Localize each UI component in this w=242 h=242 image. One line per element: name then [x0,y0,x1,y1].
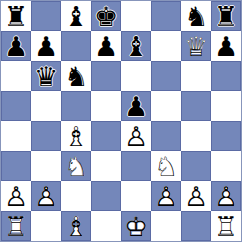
square-g8[interactable]: ♞ [181,1,211,31]
square-a6[interactable] [1,61,31,91]
square-a1[interactable]: ♜♖ [1,211,31,241]
chess-board: ♜♝♚♞♜♟♟♟♝♛♕♟♛♞♟♝♗♟♙♞♘♞♘♟♙♟♙♟♙♟♙♟♙♜♖♝♗♚♔♜… [1,1,241,241]
piece-glyph-fill: ♛ [31,61,61,91]
piece-glyph-outline: ♙ [1,181,31,211]
black-pawn[interactable]: ♟ [1,31,31,61]
square-d2[interactable] [91,181,121,211]
square-h8[interactable]: ♜ [211,1,241,31]
square-b4[interactable] [31,121,61,151]
piece-glyph-fill: ♟ [91,31,121,61]
square-g7[interactable]: ♛♕ [181,31,211,61]
square-b7[interactable]: ♟ [31,31,61,61]
white-rook[interactable]: ♜♖ [211,211,241,241]
square-d4[interactable] [91,121,121,151]
piece-glyph-fill: ♜ [211,1,241,31]
black-knight[interactable]: ♞ [61,61,91,91]
piece-glyph-outline: ♗ [61,121,91,151]
black-king[interactable]: ♚ [91,1,121,31]
square-b2[interactable]: ♟♙ [31,181,61,211]
square-c3[interactable]: ♞♘ [61,151,91,181]
square-e5[interactable]: ♟ [121,91,151,121]
square-b5[interactable] [31,91,61,121]
square-a8[interactable]: ♜ [1,1,31,31]
black-pawn[interactable]: ♟ [91,31,121,61]
piece-glyph-fill: ♟ [31,31,61,61]
square-d7[interactable]: ♟ [91,31,121,61]
piece-glyph-fill: ♝ [61,1,91,31]
white-king[interactable]: ♚♔ [121,211,151,241]
square-a5[interactable] [1,91,31,121]
square-f8[interactable] [151,1,181,31]
square-f1[interactable] [151,211,181,241]
white-pawn[interactable]: ♟♙ [151,181,181,211]
white-pawn[interactable]: ♟♙ [181,181,211,211]
square-d1[interactable] [91,211,121,241]
square-h6[interactable] [211,61,241,91]
square-g4[interactable] [181,121,211,151]
piece-glyph-outline: ♙ [181,181,211,211]
piece-glyph-outline: ♖ [1,211,31,241]
square-a4[interactable] [1,121,31,151]
square-g5[interactable] [181,91,211,121]
square-g2[interactable]: ♟♙ [181,181,211,211]
square-c1[interactable]: ♝♗ [61,211,91,241]
square-b3[interactable] [31,151,61,181]
piece-glyph-fill: ♚ [91,1,121,31]
white-rook[interactable]: ♜♖ [1,211,31,241]
black-rook[interactable]: ♜ [211,1,241,31]
piece-glyph-fill: ♞ [61,61,91,91]
piece-glyph-fill: ♝ [121,31,151,61]
square-h2[interactable]: ♟♙ [211,181,241,211]
square-e3[interactable] [121,151,151,181]
black-pawn[interactable]: ♟ [121,91,151,121]
square-d5[interactable] [91,91,121,121]
white-pawn[interactable]: ♟♙ [1,181,31,211]
white-bishop[interactable]: ♝♗ [61,121,91,151]
white-bishop[interactable]: ♝♗ [61,211,91,241]
square-h1[interactable]: ♜♖ [211,211,241,241]
piece-glyph-fill: ♟ [211,31,241,61]
piece-glyph-outline: ♘ [61,151,91,181]
square-c5[interactable] [61,91,91,121]
square-g1[interactable] [181,211,211,241]
square-c7[interactable] [61,31,91,61]
black-bishop[interactable]: ♝ [121,31,151,61]
square-c8[interactable]: ♝ [61,1,91,31]
square-g6[interactable] [181,61,211,91]
black-pawn[interactable]: ♟ [211,31,241,61]
square-a2[interactable]: ♟♙ [1,181,31,211]
square-c6[interactable]: ♞ [61,61,91,91]
black-knight[interactable]: ♞ [181,1,211,31]
piece-glyph-outline: ♙ [211,181,241,211]
white-pawn[interactable]: ♟♙ [121,121,151,151]
white-pawn[interactable]: ♟♙ [211,181,241,211]
square-h5[interactable] [211,91,241,121]
square-f2[interactable]: ♟♙ [151,181,181,211]
square-b6[interactable]: ♛ [31,61,61,91]
square-e2[interactable] [121,181,151,211]
piece-glyph-outline: ♔ [121,211,151,241]
black-queen[interactable]: ♛ [31,61,61,91]
square-e4[interactable]: ♟♙ [121,121,151,151]
square-b8[interactable] [31,1,61,31]
piece-glyph-fill: ♟ [121,91,151,121]
square-a7[interactable]: ♟ [1,31,31,61]
square-e8[interactable] [121,1,151,31]
square-f7[interactable] [151,31,181,61]
square-b1[interactable] [31,211,61,241]
piece-glyph-outline: ♙ [121,121,151,151]
square-g3[interactable] [181,151,211,181]
square-e7[interactable]: ♝ [121,31,151,61]
square-c4[interactable]: ♝♗ [61,121,91,151]
square-f6[interactable] [151,61,181,91]
white-queen[interactable]: ♛♕ [181,31,211,61]
piece-glyph-outline: ♘ [151,151,181,181]
piece-glyph-outline: ♙ [31,181,61,211]
square-h7[interactable]: ♟ [211,31,241,61]
piece-glyph-fill: ♞ [181,1,211,31]
square-f4[interactable] [151,121,181,151]
square-c2[interactable] [61,181,91,211]
black-bishop[interactable]: ♝ [61,1,91,31]
square-e6[interactable] [121,61,151,91]
square-a3[interactable] [1,151,31,181]
piece-glyph-outline: ♖ [211,211,241,241]
square-h3[interactable] [211,151,241,181]
white-knight[interactable]: ♞♘ [61,151,91,181]
piece-glyph-outline: ♕ [181,31,211,61]
chess-board-frame: ♜♝♚♞♜♟♟♟♝♛♕♟♛♞♟♝♗♟♙♞♘♞♘♟♙♟♙♟♙♟♙♟♙♜♖♝♗♚♔♜… [0,0,242,242]
black-rook[interactable]: ♜ [1,1,31,31]
white-knight[interactable]: ♞♘ [151,151,181,181]
piece-glyph-fill: ♜ [1,1,31,31]
piece-glyph-fill: ♟ [1,31,31,61]
piece-glyph-outline: ♙ [151,181,181,211]
square-e1[interactable]: ♚♔ [121,211,151,241]
white-pawn[interactable]: ♟♙ [31,181,61,211]
piece-glyph-outline: ♗ [61,211,91,241]
square-f5[interactable] [151,91,181,121]
square-d6[interactable] [91,61,121,91]
square-f3[interactable]: ♞♘ [151,151,181,181]
square-d3[interactable] [91,151,121,181]
black-pawn[interactable]: ♟ [31,31,61,61]
square-h4[interactable] [211,121,241,151]
square-d8[interactable]: ♚ [91,1,121,31]
